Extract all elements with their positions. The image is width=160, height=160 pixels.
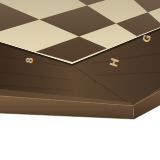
chess-board-photo: 8HG — [0, 0, 160, 160]
chess-board: 8HG — [0, 0, 160, 160]
